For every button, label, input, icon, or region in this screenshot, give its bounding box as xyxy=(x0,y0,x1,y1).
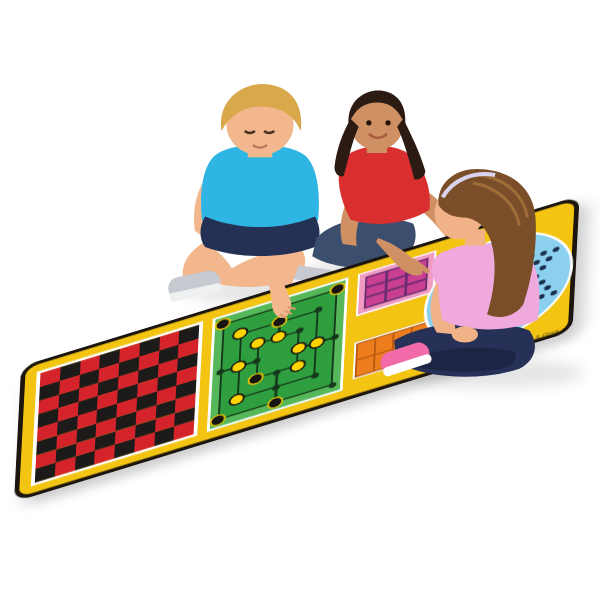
girl-red-eye xyxy=(385,120,390,125)
girl-pink-sleeve xyxy=(432,251,466,289)
checkers-board xyxy=(31,321,203,487)
girl-red-eye xyxy=(366,120,371,125)
girl-pink-hand xyxy=(452,326,478,342)
boy-sneaker xyxy=(166,269,223,303)
boy-forearm xyxy=(265,270,291,318)
checkers-grid xyxy=(35,325,199,483)
morris-piece-black: ● xyxy=(329,281,346,297)
scene: ●●●●●●●●●●●●●● ●●●●●● Melissa & Doug xyxy=(0,0,600,600)
morris-point xyxy=(328,381,336,389)
boy-hand xyxy=(264,270,306,320)
morris-piece-black: ● xyxy=(209,412,226,428)
morris-point xyxy=(331,333,339,341)
child-girl-pink xyxy=(376,160,588,404)
